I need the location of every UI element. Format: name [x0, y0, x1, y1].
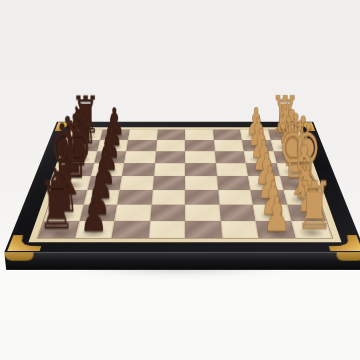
square-e5[interactable]	[152, 176, 185, 190]
square-h1[interactable]: ♜	[291, 221, 332, 238]
board-grid: ♜♟♟♜♞♟♟♞♝♟♟♝♛♟♟♛♚♟♟♚♝♟♟♝♞♟♟♞♜♟♟♜	[37, 129, 334, 239]
board-margin: ♜♟♟♜♞♟♟♞♝♟♟♝♛♟♟♛♚♟♟♚♝♟♟♝♞♟♟♞♜♟♟♜	[28, 127, 341, 242]
board-front-edge	[4, 252, 360, 270]
square-a4[interactable]	[185, 129, 213, 140]
square-e4[interactable]	[185, 176, 218, 190]
square-f5[interactable]	[151, 190, 185, 205]
square-c5[interactable]	[155, 151, 185, 163]
square-g4[interactable]	[185, 205, 220, 221]
square-b5[interactable]	[156, 140, 185, 151]
square-d5[interactable]	[154, 163, 186, 176]
square-c4[interactable]	[185, 151, 215, 163]
chess-board: ♜♟♟♜♞♟♟♞♝♟♟♝♛♟♟♛♚♟♟♚♝♟♟♝♞♟♟♞♜♟♟♜	[4, 122, 360, 253]
square-a5[interactable]	[157, 129, 185, 140]
piece-bp[interactable]: ♟	[42, 190, 143, 238]
square-h7[interactable]: ♟	[75, 221, 115, 238]
studio-backdrop: ♜♟♟♜♞♟♟♞♝♟♟♝♛♟♟♛♚♟♟♚♝♟♟♝♞♟♟♞♜♟♟♜	[0, 0, 360, 360]
square-h5[interactable]	[148, 221, 185, 238]
square-h4[interactable]	[185, 221, 222, 238]
board-frame: ♜♟♟♜♞♟♟♞♝♟♟♝♛♟♟♛♚♟♟♚♝♟♟♝♞♟♟♞♜♟♟♜	[4, 122, 360, 253]
square-d4[interactable]	[185, 163, 217, 176]
square-b4[interactable]	[185, 140, 214, 151]
square-g5[interactable]	[150, 205, 185, 221]
piece-wr[interactable]: ♜	[263, 173, 360, 238]
square-f4[interactable]	[185, 190, 219, 205]
